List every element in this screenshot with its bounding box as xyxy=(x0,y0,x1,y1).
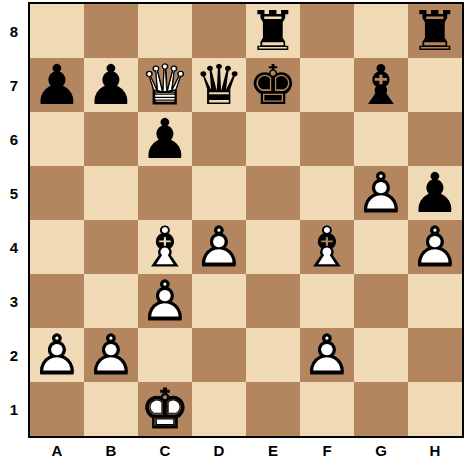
square-b5[interactable] xyxy=(84,166,138,220)
white-pawn-glyph: ♟ xyxy=(30,328,84,382)
square-h3[interactable] xyxy=(408,274,462,328)
square-c8[interactable] xyxy=(138,4,192,58)
square-g8[interactable] xyxy=(354,4,408,58)
file-label-e: E xyxy=(246,439,300,461)
square-c2[interactable] xyxy=(138,328,192,382)
black-pawn-glyph: ♟ xyxy=(138,112,192,166)
white-king-c1[interactable]: ♚♔ xyxy=(138,382,192,436)
square-c4[interactable]: ♝♗ xyxy=(138,220,192,274)
white-king-outline-icon: ♔ xyxy=(138,382,192,436)
square-c7[interactable]: ♛♕ xyxy=(138,58,192,112)
square-d8[interactable] xyxy=(192,4,246,58)
rank-label-2: 2 xyxy=(0,328,28,382)
square-e2[interactable] xyxy=(246,328,300,382)
square-d5[interactable] xyxy=(192,166,246,220)
square-g2[interactable] xyxy=(354,328,408,382)
square-b6[interactable] xyxy=(84,112,138,166)
square-d2[interactable] xyxy=(192,328,246,382)
black-bishop-g7[interactable]: ♝ xyxy=(354,58,408,112)
white-pawn-outline-icon: ♙ xyxy=(30,328,84,382)
white-bishop-glyph: ♝ xyxy=(300,220,354,274)
square-h2[interactable] xyxy=(408,328,462,382)
white-pawn-outline-icon: ♙ xyxy=(408,220,462,274)
white-pawn-f2[interactable]: ♟♙ xyxy=(300,328,354,382)
square-b8[interactable] xyxy=(84,4,138,58)
square-a4[interactable] xyxy=(30,220,84,274)
file-label-h: H xyxy=(408,439,462,461)
square-d4[interactable]: ♟♙ xyxy=(192,220,246,274)
black-king-e7[interactable]: ♚ xyxy=(246,58,300,112)
white-pawn-c3[interactable]: ♟♙ xyxy=(138,274,192,328)
square-d1[interactable] xyxy=(192,382,246,436)
white-pawn-a2[interactable]: ♟♙ xyxy=(30,328,84,382)
black-pawn-c6[interactable]: ♟ xyxy=(138,112,192,166)
square-f7[interactable] xyxy=(300,58,354,112)
square-e6[interactable] xyxy=(246,112,300,166)
black-pawn-h5[interactable]: ♟ xyxy=(408,166,462,220)
black-rook-h8[interactable]: ♜ xyxy=(408,4,462,58)
square-f1[interactable] xyxy=(300,382,354,436)
rank-label-6: 6 xyxy=(0,112,28,166)
square-c1[interactable]: ♚♔ xyxy=(138,382,192,436)
white-pawn-glyph: ♟ xyxy=(138,274,192,328)
white-pawn-outline-icon: ♙ xyxy=(192,220,246,274)
square-e1[interactable] xyxy=(246,382,300,436)
square-h7[interactable] xyxy=(408,58,462,112)
file-label-b: B xyxy=(84,439,138,461)
square-f2[interactable]: ♟♙ xyxy=(300,328,354,382)
black-queen-d7[interactable]: ♛ xyxy=(192,58,246,112)
square-e3[interactable] xyxy=(246,274,300,328)
white-bishop-outline-icon: ♗ xyxy=(138,220,192,274)
square-f5[interactable] xyxy=(300,166,354,220)
black-pawn-glyph: ♟ xyxy=(408,166,462,220)
square-g5[interactable]: ♟♙ xyxy=(354,166,408,220)
square-e7[interactable]: ♚ xyxy=(246,58,300,112)
square-a3[interactable] xyxy=(30,274,84,328)
black-pawn-b7[interactable]: ♟ xyxy=(84,58,138,112)
square-b3[interactable] xyxy=(84,274,138,328)
white-pawn-d4[interactable]: ♟♙ xyxy=(192,220,246,274)
square-b4[interactable] xyxy=(84,220,138,274)
rank-labels: 87654321 xyxy=(0,4,28,436)
black-rook-glyph: ♜ xyxy=(246,4,300,58)
square-e4[interactable] xyxy=(246,220,300,274)
square-f6[interactable] xyxy=(300,112,354,166)
black-bishop-glyph: ♝ xyxy=(354,58,408,112)
square-d6[interactable] xyxy=(192,112,246,166)
square-c5[interactable] xyxy=(138,166,192,220)
white-bishop-outline-icon: ♗ xyxy=(300,220,354,274)
square-b1[interactable] xyxy=(84,382,138,436)
square-a8[interactable] xyxy=(30,4,84,58)
white-pawn-glyph: ♟ xyxy=(84,328,138,382)
rank-label-3: 3 xyxy=(0,274,28,328)
white-bishop-f4[interactable]: ♝♗ xyxy=(300,220,354,274)
white-pawn-glyph: ♟ xyxy=(192,220,246,274)
white-queen-c7[interactable]: ♛♕ xyxy=(138,58,192,112)
square-h8[interactable]: ♜ xyxy=(408,4,462,58)
rank-label-1: 1 xyxy=(0,382,28,436)
square-d3[interactable] xyxy=(192,274,246,328)
square-f4[interactable]: ♝♗ xyxy=(300,220,354,274)
white-bishop-c4[interactable]: ♝♗ xyxy=(138,220,192,274)
white-pawn-b2[interactable]: ♟♙ xyxy=(84,328,138,382)
square-b7[interactable]: ♟ xyxy=(84,58,138,112)
square-g1[interactable] xyxy=(354,382,408,436)
square-a7[interactable]: ♟ xyxy=(30,58,84,112)
file-labels: ABCDEFGH xyxy=(30,439,462,461)
file-label-f: F xyxy=(300,439,354,461)
white-pawn-outline-icon: ♙ xyxy=(354,166,408,220)
chess-diagram: 87654321 ♜♜♟♟♛♕♛♚♝♟♟♙♟♝♗♟♙♝♗♟♙♟♙♟♙♟♙♟♙♚♔… xyxy=(0,0,468,462)
white-pawn-glyph: ♟ xyxy=(300,328,354,382)
black-king-glyph: ♚ xyxy=(246,58,300,112)
rank-label-7: 7 xyxy=(0,58,28,112)
rank-label-5: 5 xyxy=(0,166,28,220)
square-c6[interactable]: ♟ xyxy=(138,112,192,166)
file-label-d: D xyxy=(192,439,246,461)
square-h5[interactable]: ♟ xyxy=(408,166,462,220)
file-label-c: C xyxy=(138,439,192,461)
black-rook-e8[interactable]: ♜ xyxy=(246,4,300,58)
square-f3[interactable] xyxy=(300,274,354,328)
rank-label-4: 4 xyxy=(0,220,28,274)
white-queen-glyph: ♛ xyxy=(138,58,192,112)
black-queen-glyph: ♛ xyxy=(192,58,246,112)
square-e8[interactable]: ♜ xyxy=(246,4,300,58)
file-label-a: A xyxy=(30,439,84,461)
white-pawn-g5[interactable]: ♟♙ xyxy=(354,166,408,220)
white-pawn-glyph: ♟ xyxy=(408,220,462,274)
black-pawn-glyph: ♟ xyxy=(84,58,138,112)
white-pawn-outline-icon: ♙ xyxy=(300,328,354,382)
black-rook-glyph: ♜ xyxy=(408,4,462,58)
black-pawn-glyph: ♟ xyxy=(30,58,84,112)
square-b2[interactable]: ♟♙ xyxy=(84,328,138,382)
chess-board: ♜♜♟♟♛♕♛♚♝♟♟♙♟♝♗♟♙♝♗♟♙♟♙♟♙♟♙♟♙♚♔ xyxy=(28,2,464,438)
white-queen-outline-icon: ♕ xyxy=(138,58,192,112)
square-h6[interactable] xyxy=(408,112,462,166)
rank-label-8: 8 xyxy=(0,4,28,58)
white-pawn-glyph: ♟ xyxy=(354,166,408,220)
file-label-g: G xyxy=(354,439,408,461)
square-a6[interactable] xyxy=(30,112,84,166)
white-bishop-glyph: ♝ xyxy=(138,220,192,274)
square-h1[interactable] xyxy=(408,382,462,436)
square-g3[interactable] xyxy=(354,274,408,328)
square-a1[interactable] xyxy=(30,382,84,436)
square-f8[interactable] xyxy=(300,4,354,58)
square-h4[interactable]: ♟♙ xyxy=(408,220,462,274)
square-d7[interactable]: ♛ xyxy=(192,58,246,112)
square-g6[interactable] xyxy=(354,112,408,166)
white-pawn-outline-icon: ♙ xyxy=(84,328,138,382)
square-a2[interactable]: ♟♙ xyxy=(30,328,84,382)
square-e5[interactable] xyxy=(246,166,300,220)
square-g7[interactable]: ♝ xyxy=(354,58,408,112)
white-pawn-outline-icon: ♙ xyxy=(138,274,192,328)
black-pawn-a7[interactable]: ♟ xyxy=(30,58,84,112)
square-a5[interactable] xyxy=(30,166,84,220)
square-c3[interactable]: ♟♙ xyxy=(138,274,192,328)
white-king-glyph: ♚ xyxy=(138,382,192,436)
white-pawn-h4[interactable]: ♟♙ xyxy=(408,220,462,274)
square-g4[interactable] xyxy=(354,220,408,274)
